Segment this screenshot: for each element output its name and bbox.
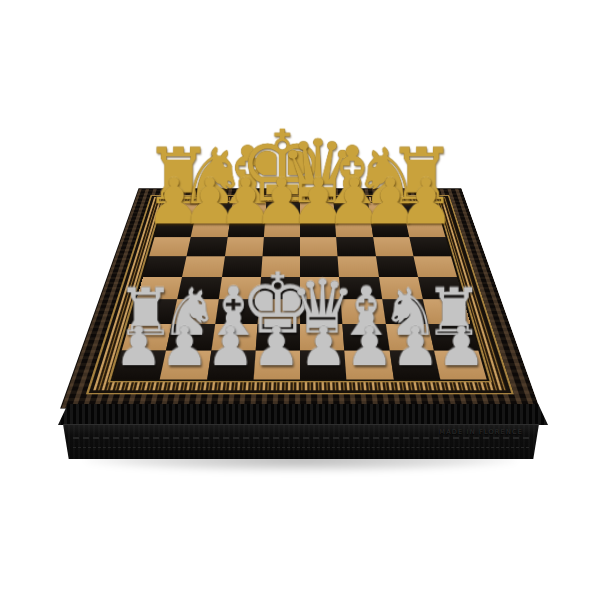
stitch-line [73, 447, 529, 448]
square-c6 [225, 237, 264, 256]
square-d1: ♟ [253, 350, 300, 379]
square-e6 [300, 237, 338, 256]
piece-silver-pawn: ♟ [299, 319, 348, 373]
board-grid: ♜♞♝♚♛♝♞♜♟♟♟♟♟♟♟♟♜♞♝♚♛♝♞♜♟♟♟♟♟♟♟♟ [113, 203, 486, 380]
piece-gold-pawn: ♟ [398, 170, 455, 233]
drop-shadow [86, 450, 516, 472]
piece-silver-pawn: ♟ [438, 319, 487, 373]
piece-silver-pawn: ♟ [206, 319, 255, 373]
board-underside-lip [58, 404, 548, 425]
piece-silver-pawn: ♟ [160, 319, 209, 373]
square-e1: ♟ [300, 350, 347, 379]
chessboard: ♜♞♝♚♛♝♞♜♟♟♟♟♟♟♟♟♜♞♝♚♛♝♞♜♟♟♟♟♟♟♟♟ [60, 188, 540, 408]
square-a1: ♟ [113, 350, 166, 379]
piece-silver-pawn: ♟ [114, 319, 163, 373]
square-g1: ♟ [389, 350, 440, 379]
square-c1: ♟ [207, 350, 256, 379]
square-d6 [262, 237, 300, 256]
chess-set-product-photo: ♜♞♝♚♛♝♞♜♟♟♟♟♟♟♟♟♜♞♝♚♛♝♞♜♟♟♟♟♟♟♟♟ MADE IN… [0, 0, 600, 600]
square-h7: ♟ [405, 219, 445, 237]
square-b6 [187, 237, 228, 256]
board-scene: ♜♞♝♚♛♝♞♜♟♟♟♟♟♟♟♟♜♞♝♚♛♝♞♜♟♟♟♟♟♟♟♟ [0, 0, 600, 600]
square-f1: ♟ [345, 350, 394, 379]
square-h1: ♟ [434, 350, 487, 379]
piece-silver-pawn: ♟ [391, 319, 440, 373]
square-b1: ♟ [160, 350, 211, 379]
stitch-line [73, 437, 529, 439]
embossed-origin-text: MADE IN FLORENCE [439, 428, 523, 436]
square-f6 [336, 237, 375, 256]
square-g6 [373, 237, 414, 256]
square-a6 [149, 237, 191, 256]
piece-silver-pawn: ♟ [345, 319, 394, 373]
piece-silver-pawn: ♟ [253, 319, 302, 373]
square-h6 [409, 237, 451, 256]
